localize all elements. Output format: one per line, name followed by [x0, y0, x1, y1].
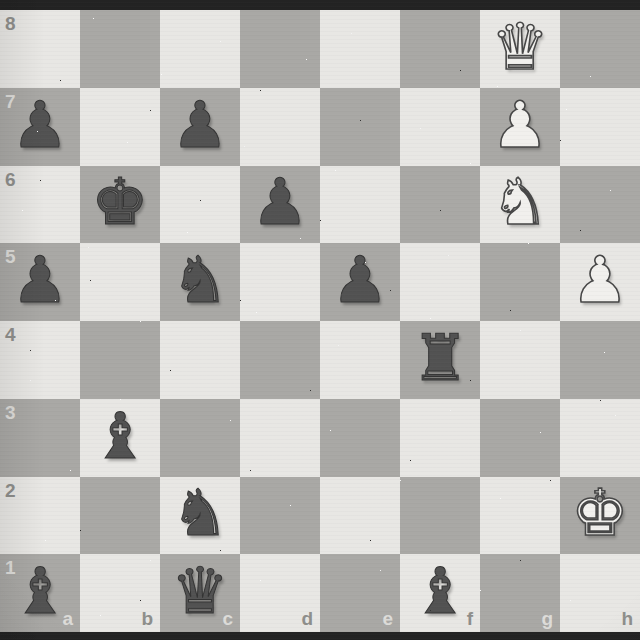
square-a2[interactable]: 2 [0, 477, 80, 555]
square-d4[interactable] [240, 321, 320, 399]
square-g8[interactable]: ♛ [480, 10, 560, 88]
square-e4[interactable] [320, 321, 400, 399]
square-a6[interactable]: 6 [0, 166, 80, 244]
rank-label-4: 4 [5, 325, 16, 344]
square-a7[interactable]: 7♟ [0, 88, 80, 166]
piece-black-king[interactable]: ♚ [91, 170, 148, 234]
rank-label-6: 6 [5, 170, 16, 189]
file-label-g: g [541, 609, 553, 628]
rank-label-8: 8 [5, 14, 16, 33]
square-c7[interactable]: ♟ [160, 88, 240, 166]
square-h7[interactable] [560, 88, 640, 166]
square-d3[interactable] [240, 399, 320, 477]
square-c5[interactable]: ♞ [160, 243, 240, 321]
piece-black-pawn[interactable]: ♟ [11, 93, 68, 157]
file-label-e: e [382, 609, 393, 628]
square-g4[interactable] [480, 321, 560, 399]
square-e8[interactable] [320, 10, 400, 88]
piece-black-queen[interactable]: ♛ [171, 559, 228, 623]
square-a1[interactable]: 1a♝ [0, 554, 80, 632]
square-g7[interactable]: ♟ [480, 88, 560, 166]
square-g1[interactable]: g [480, 554, 560, 632]
file-label-b: b [141, 609, 153, 628]
square-f2[interactable] [400, 477, 480, 555]
piece-black-pawn[interactable]: ♟ [251, 170, 308, 234]
file-label-h: h [621, 609, 633, 628]
square-g6[interactable]: ♞ [480, 166, 560, 244]
piece-black-knight[interactable]: ♞ [171, 248, 228, 312]
square-h4[interactable] [560, 321, 640, 399]
square-c4[interactable] [160, 321, 240, 399]
piece-white-pawn[interactable]: ♟ [491, 93, 548, 157]
square-c2[interactable]: ♞ [160, 477, 240, 555]
square-b2[interactable] [80, 477, 160, 555]
square-h2[interactable]: ♚ [560, 477, 640, 555]
square-h5[interactable]: ♟ [560, 243, 640, 321]
file-label-d: d [301, 609, 313, 628]
chess-board: 8♛7♟♟♟6♚♟♞5♟♞♟♟4♜3♝2♞♚1a♝bc♛def♝gh [0, 10, 640, 632]
piece-white-knight[interactable]: ♞ [491, 170, 548, 234]
square-g3[interactable] [480, 399, 560, 477]
square-e2[interactable] [320, 477, 400, 555]
rank-label-2: 2 [5, 481, 16, 500]
piece-black-rook[interactable]: ♜ [411, 326, 468, 390]
square-g5[interactable] [480, 243, 560, 321]
square-b1[interactable]: b [80, 554, 160, 632]
square-f4[interactable]: ♜ [400, 321, 480, 399]
photographed-chess-screen: 8♛7♟♟♟6♚♟♞5♟♞♟♟4♜3♝2♞♚1a♝bc♛def♝gh [0, 0, 640, 640]
square-f8[interactable] [400, 10, 480, 88]
screen-top-bezel [0, 0, 640, 10]
piece-black-bishop[interactable]: ♝ [411, 559, 468, 623]
square-b4[interactable] [80, 321, 160, 399]
square-c8[interactable] [160, 10, 240, 88]
square-f3[interactable] [400, 399, 480, 477]
square-d6[interactable]: ♟ [240, 166, 320, 244]
square-a3[interactable]: 3 [0, 399, 80, 477]
square-d8[interactable] [240, 10, 320, 88]
rank-label-3: 3 [5, 403, 16, 422]
piece-white-pawn[interactable]: ♟ [571, 248, 628, 312]
square-b6[interactable]: ♚ [80, 166, 160, 244]
square-b3[interactable]: ♝ [80, 399, 160, 477]
square-c1[interactable]: c♛ [160, 554, 240, 632]
square-e3[interactable] [320, 399, 400, 477]
square-d1[interactable]: d [240, 554, 320, 632]
square-e5[interactable]: ♟ [320, 243, 400, 321]
square-h3[interactable] [560, 399, 640, 477]
square-d5[interactable] [240, 243, 320, 321]
square-f7[interactable] [400, 88, 480, 166]
piece-black-bishop[interactable]: ♝ [11, 559, 68, 623]
square-b8[interactable] [80, 10, 160, 88]
square-a8[interactable]: 8 [0, 10, 80, 88]
square-h1[interactable]: h [560, 554, 640, 632]
square-a5[interactable]: 5♟ [0, 243, 80, 321]
square-d2[interactable] [240, 477, 320, 555]
square-e6[interactable] [320, 166, 400, 244]
square-c6[interactable] [160, 166, 240, 244]
piece-white-king[interactable]: ♚ [571, 481, 628, 545]
square-d7[interactable] [240, 88, 320, 166]
square-h6[interactable] [560, 166, 640, 244]
square-b7[interactable] [80, 88, 160, 166]
square-b5[interactable] [80, 243, 160, 321]
piece-white-queen[interactable]: ♛ [491, 15, 548, 79]
piece-black-pawn[interactable]: ♟ [171, 93, 228, 157]
screen-bottom-bezel [0, 632, 640, 640]
square-e1[interactable]: e [320, 554, 400, 632]
square-f5[interactable] [400, 243, 480, 321]
square-e7[interactable] [320, 88, 400, 166]
square-f6[interactable] [400, 166, 480, 244]
square-a4[interactable]: 4 [0, 321, 80, 399]
piece-black-knight[interactable]: ♞ [171, 481, 228, 545]
piece-black-bishop[interactable]: ♝ [91, 404, 148, 468]
piece-black-pawn[interactable]: ♟ [11, 248, 68, 312]
square-c3[interactable] [160, 399, 240, 477]
square-g2[interactable] [480, 477, 560, 555]
square-f1[interactable]: f♝ [400, 554, 480, 632]
square-h8[interactable] [560, 10, 640, 88]
piece-black-pawn[interactable]: ♟ [331, 248, 388, 312]
